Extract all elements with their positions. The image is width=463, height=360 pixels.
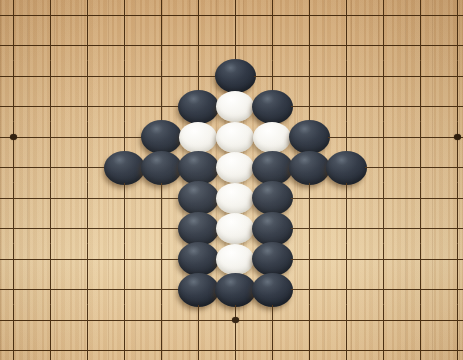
board-intersection	[0, 0, 32, 30]
board-intersection	[32, 213, 69, 244]
board-intersection	[106, 30, 143, 61]
board-intersection	[254, 335, 291, 360]
board-intersection	[180, 335, 217, 360]
board-intersection	[439, 335, 463, 360]
board-intersection	[365, 213, 402, 244]
board-intersection	[69, 91, 106, 122]
board-intersection	[365, 0, 402, 30]
board-intersection	[69, 335, 106, 360]
board-intersection	[291, 183, 328, 214]
board-intersection	[291, 61, 328, 92]
board-intersection	[106, 183, 143, 214]
board-intersection	[291, 213, 328, 244]
board-intersection	[0, 213, 32, 244]
board-intersection	[365, 91, 402, 122]
black-stone	[178, 273, 219, 307]
board-intersection	[291, 335, 328, 360]
white-stone	[216, 122, 254, 153]
black-stone	[178, 242, 219, 276]
board-intersection	[143, 152, 180, 183]
board-intersection	[217, 30, 254, 61]
board-intersection	[254, 244, 291, 275]
board-intersection	[291, 274, 328, 305]
black-stone	[178, 151, 219, 185]
board-intersection	[0, 61, 32, 92]
board-intersection	[106, 274, 143, 305]
board-intersection	[365, 244, 402, 275]
board-intersection	[365, 335, 402, 360]
black-stone	[141, 151, 182, 185]
board-intersection	[217, 244, 254, 275]
board-intersection	[32, 183, 69, 214]
board-intersection	[439, 61, 463, 92]
board-intersection	[254, 0, 291, 30]
board-intersection	[180, 0, 217, 30]
black-stone	[326, 151, 367, 185]
board-intersection	[69, 274, 106, 305]
board-intersection	[180, 274, 217, 305]
board-intersection	[365, 274, 402, 305]
board-intersection	[180, 30, 217, 61]
board-intersection	[106, 213, 143, 244]
board-intersection	[32, 0, 69, 30]
board-intersection	[217, 0, 254, 30]
board-intersection	[439, 91, 463, 122]
board-intersection	[328, 213, 365, 244]
board-intersection	[106, 335, 143, 360]
board-intersection	[69, 305, 106, 336]
board-intersection	[0, 274, 32, 305]
board-intersection	[402, 183, 439, 214]
board-intersection	[439, 305, 463, 336]
board-intersection	[365, 183, 402, 214]
black-stone	[215, 59, 256, 93]
board-intersection	[32, 335, 69, 360]
board-intersection	[328, 122, 365, 153]
board-intersection	[32, 122, 69, 153]
board-intersection	[365, 61, 402, 92]
board-intersection	[217, 152, 254, 183]
board-intersection	[328, 91, 365, 122]
hoshi-star-point	[10, 134, 17, 140]
board-intersection	[106, 244, 143, 275]
board-intersection	[0, 152, 32, 183]
board-intersection	[143, 213, 180, 244]
board-intersection	[439, 274, 463, 305]
board-intersection	[106, 122, 143, 153]
board-intersection	[106, 0, 143, 30]
black-stone	[252, 181, 293, 215]
board-intersection	[180, 122, 217, 153]
board-intersection	[291, 91, 328, 122]
board-intersection	[0, 122, 32, 153]
black-stone	[104, 151, 145, 185]
white-stone	[253, 122, 291, 153]
board-intersection	[143, 244, 180, 275]
black-stone	[289, 151, 330, 185]
board-intersection	[143, 122, 180, 153]
board-intersection	[328, 0, 365, 30]
black-stone	[215, 273, 256, 307]
board-intersection	[217, 213, 254, 244]
board-intersection	[291, 30, 328, 61]
black-stone	[178, 181, 219, 215]
board-intersection	[180, 183, 217, 214]
board-intersection	[365, 152, 402, 183]
board-intersection	[254, 30, 291, 61]
board-intersection	[402, 0, 439, 30]
board-intersection	[32, 91, 69, 122]
board-intersection	[180, 213, 217, 244]
board-intersection	[402, 30, 439, 61]
board-intersection	[291, 152, 328, 183]
hoshi-star-point	[232, 317, 239, 323]
board-intersection	[32, 244, 69, 275]
board-intersection	[254, 91, 291, 122]
board-intersection	[254, 152, 291, 183]
board-intersection	[328, 152, 365, 183]
board-intersection	[180, 91, 217, 122]
board-intersection	[365, 30, 402, 61]
board-intersection	[402, 91, 439, 122]
board-intersection	[69, 244, 106, 275]
board-intersection	[106, 152, 143, 183]
board-intersection	[439, 213, 463, 244]
board-intersection	[69, 152, 106, 183]
board-intersection	[402, 335, 439, 360]
board-intersection	[291, 244, 328, 275]
board-intersection	[143, 274, 180, 305]
white-stone	[216, 244, 254, 275]
board-intersection	[69, 61, 106, 92]
black-stone	[178, 212, 219, 246]
board-intersection	[328, 305, 365, 336]
board-intersection	[439, 244, 463, 275]
board-intersection	[69, 213, 106, 244]
board-intersection	[254, 274, 291, 305]
black-stone	[252, 151, 293, 185]
board-intersection	[32, 274, 69, 305]
board-intersection	[143, 30, 180, 61]
board-intersection	[69, 122, 106, 153]
black-stone	[252, 90, 293, 124]
board-intersection	[328, 61, 365, 92]
board-intersection	[328, 244, 365, 275]
board-intersection	[69, 183, 106, 214]
board-intersection	[439, 122, 463, 153]
board-intersection	[106, 61, 143, 92]
board-intersection	[402, 122, 439, 153]
board-intersection	[217, 274, 254, 305]
board-intersection	[217, 61, 254, 92]
board-intersection	[254, 61, 291, 92]
board-intersection	[32, 30, 69, 61]
board-intersection	[143, 183, 180, 214]
board-intersection	[32, 305, 69, 336]
board-intersection	[217, 122, 254, 153]
board-intersection	[439, 0, 463, 30]
board-intersection	[69, 30, 106, 61]
board-intersection	[69, 0, 106, 30]
board-intersection	[180, 305, 217, 336]
white-stone	[216, 91, 254, 122]
black-stone	[252, 273, 293, 307]
board-intersection	[291, 305, 328, 336]
go-board-photo	[0, 0, 463, 360]
board-intersection	[291, 0, 328, 30]
board-intersection	[217, 305, 254, 336]
board-intersection	[143, 61, 180, 92]
black-stone	[289, 120, 330, 154]
board-intersection	[291, 122, 328, 153]
board-intersection	[328, 274, 365, 305]
hoshi-star-point	[454, 134, 461, 140]
go-board-grid	[0, 0, 463, 360]
board-intersection	[217, 183, 254, 214]
black-stone	[178, 90, 219, 124]
board-intersection	[402, 244, 439, 275]
board-intersection	[0, 244, 32, 275]
board-intersection	[217, 91, 254, 122]
board-intersection	[143, 91, 180, 122]
board-intersection	[180, 152, 217, 183]
white-stone	[216, 183, 254, 214]
board-intersection	[0, 91, 32, 122]
board-intersection	[0, 335, 32, 360]
board-intersection	[402, 305, 439, 336]
white-stone	[179, 122, 217, 153]
board-intersection	[439, 30, 463, 61]
board-intersection	[0, 183, 32, 214]
board-intersection	[402, 213, 439, 244]
board-intersection	[143, 0, 180, 30]
board-intersection	[180, 244, 217, 275]
white-stone	[216, 213, 254, 244]
board-intersection	[143, 335, 180, 360]
board-intersection	[254, 122, 291, 153]
board-intersection	[106, 91, 143, 122]
board-intersection	[254, 213, 291, 244]
board-intersection	[180, 61, 217, 92]
board-intersection	[365, 305, 402, 336]
board-intersection	[106, 305, 143, 336]
board-intersection	[402, 152, 439, 183]
board-intersection	[32, 61, 69, 92]
board-intersection	[328, 183, 365, 214]
board-intersection	[254, 183, 291, 214]
board-intersection	[328, 30, 365, 61]
board-intersection	[254, 305, 291, 336]
board-intersection	[217, 335, 254, 360]
white-stone	[216, 152, 254, 183]
black-stone	[252, 212, 293, 246]
board-intersection	[402, 61, 439, 92]
board-intersection	[0, 305, 32, 336]
board-intersection	[328, 335, 365, 360]
black-stone	[141, 120, 182, 154]
black-stone	[252, 242, 293, 276]
board-intersection	[32, 152, 69, 183]
board-intersection	[143, 305, 180, 336]
board-intersection	[439, 183, 463, 214]
board-intersection	[439, 152, 463, 183]
board-intersection	[402, 274, 439, 305]
board-intersection	[365, 122, 402, 153]
board-intersection	[0, 30, 32, 61]
